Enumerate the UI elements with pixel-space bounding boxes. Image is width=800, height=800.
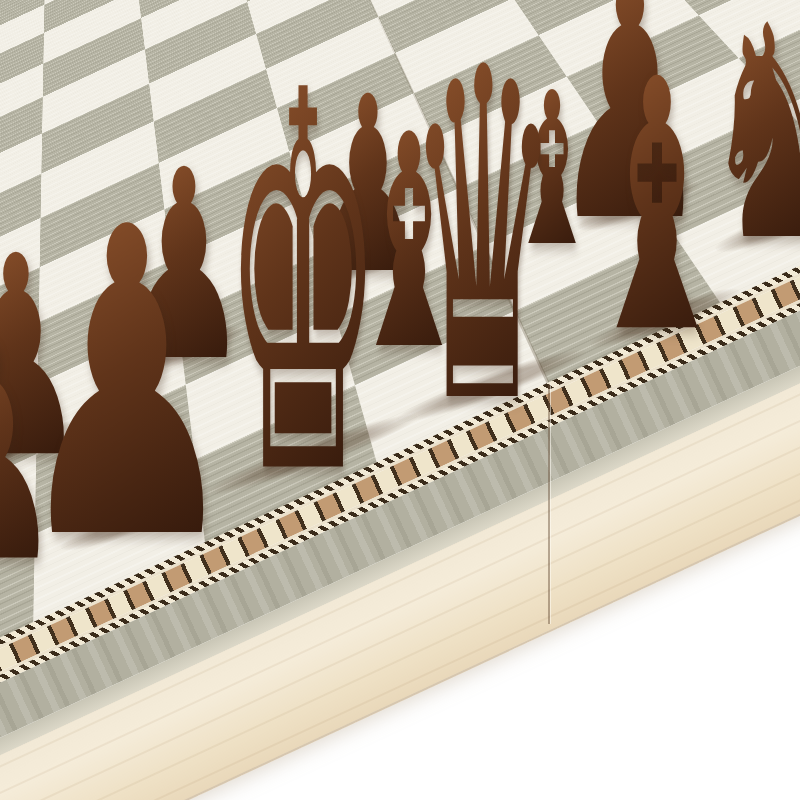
piece-pawn-a1[interactable]: ♟	[0, 302, 65, 604]
piece-queen-d1[interactable]: ♛	[407, 10, 559, 467]
piece-bishop-e1[interactable]: ♝	[579, 35, 734, 381]
pieces-layer: ♟♟♟♟♚♟♝♛♝♟♝♞	[0, 0, 800, 800]
chess-set-photo: ♟♟♟♟♚♟♝♛♝♟♝♞	[0, 0, 800, 800]
piece-king-c1[interactable]: ♚	[223, 25, 382, 547]
